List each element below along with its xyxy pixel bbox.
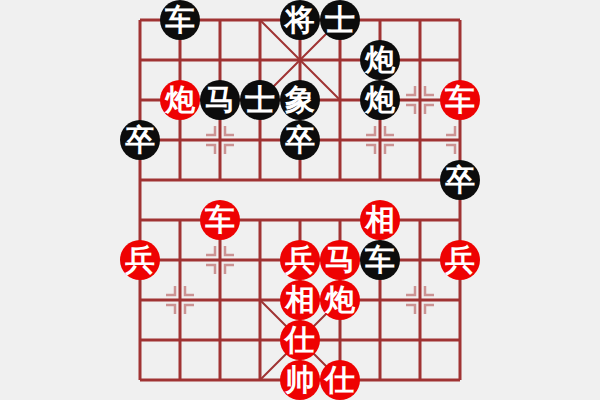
pieces-layer: 车将士炮炮马士象炮车卒卒卒车相兵兵马车兵相炮仕帅仕	[0, 0, 600, 400]
red-chariot[interactable]: 车	[440, 80, 480, 120]
red-advisor[interactable]: 仕	[280, 320, 320, 360]
black-horse[interactable]: 马	[200, 80, 240, 120]
red-advisor[interactable]: 仕	[320, 360, 360, 400]
black-cannon[interactable]: 炮	[360, 80, 400, 120]
black-soldier[interactable]: 卒	[440, 160, 480, 200]
xiangqi-board: 车将士炮炮马士象炮车卒卒卒车相兵兵马车兵相炮仕帅仕	[0, 0, 600, 400]
black-soldier[interactable]: 卒	[280, 120, 320, 160]
black-general[interactable]: 将	[280, 0, 320, 40]
red-soldier[interactable]: 兵	[440, 240, 480, 280]
black-soldier[interactable]: 卒	[120, 120, 160, 160]
black-advisor[interactable]: 士	[320, 0, 360, 40]
black-advisor[interactable]: 士	[240, 80, 280, 120]
black-elephant[interactable]: 象	[280, 80, 320, 120]
black-cannon[interactable]: 炮	[360, 40, 400, 80]
red-soldier[interactable]: 兵	[280, 240, 320, 280]
red-chariot[interactable]: 车	[200, 200, 240, 240]
red-horse[interactable]: 马	[320, 240, 360, 280]
red-general[interactable]: 帅	[280, 360, 320, 400]
red-elephant[interactable]: 相	[280, 280, 320, 320]
black-chariot[interactable]: 车	[160, 0, 200, 40]
red-cannon[interactable]: 炮	[320, 280, 360, 320]
red-cannon[interactable]: 炮	[160, 80, 200, 120]
red-elephant[interactable]: 相	[360, 200, 400, 240]
black-chariot[interactable]: 车	[360, 240, 400, 280]
red-soldier[interactable]: 兵	[120, 240, 160, 280]
